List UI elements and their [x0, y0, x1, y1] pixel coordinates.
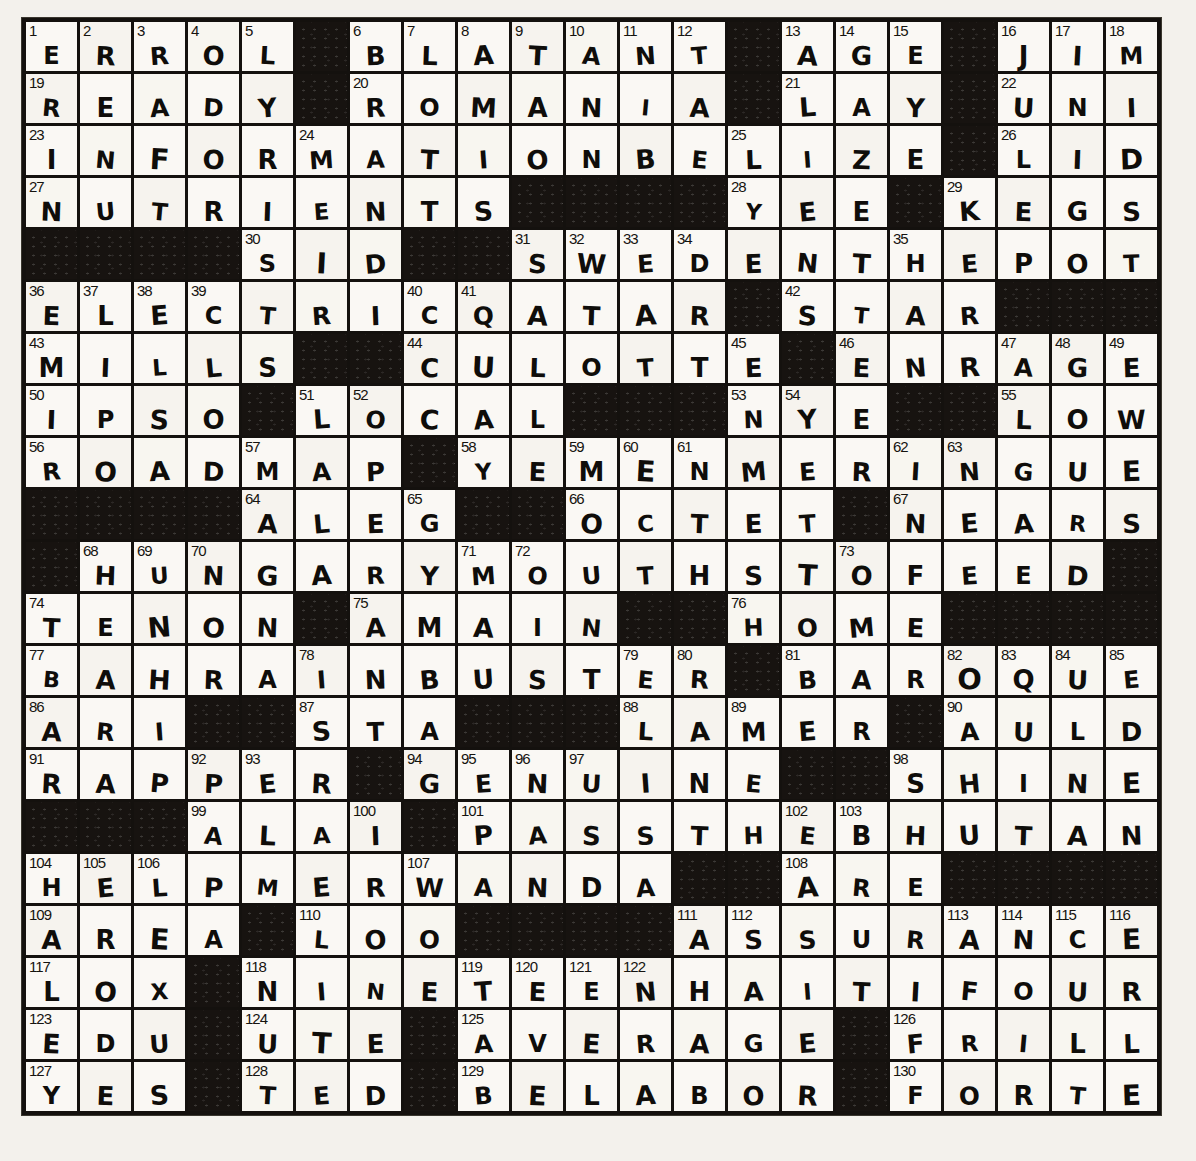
cell-r19c15[interactable]: I: [782, 958, 833, 1007]
cell-r2c19[interactable]: 22U: [998, 74, 1049, 123]
cell-r19c9[interactable]: 119T: [458, 958, 509, 1007]
cell-r12c2[interactable]: E: [80, 594, 131, 643]
cell-r6c15[interactable]: 42S: [782, 282, 833, 331]
cell-r10c15[interactable]: T: [782, 490, 833, 539]
cell-r13c21[interactable]: 85E: [1106, 646, 1157, 695]
cell-r4c19[interactable]: E: [998, 178, 1049, 227]
cell-r1c15[interactable]: 13A: [782, 22, 833, 71]
cell-r1c11[interactable]: 10A: [566, 22, 617, 71]
cell-r20c14[interactable]: G: [728, 1010, 779, 1059]
cell-r14c16[interactable]: R: [836, 698, 887, 747]
cell-r19c10[interactable]: 120E: [512, 958, 563, 1007]
cell-r1c5[interactable]: 5L: [242, 22, 293, 71]
cell-r17c7[interactable]: R: [350, 854, 401, 903]
cell-r5c18[interactable]: E: [944, 230, 995, 279]
cell-r11c13[interactable]: H: [674, 542, 725, 591]
cell-r19c13[interactable]: H: [674, 958, 725, 1007]
cell-r5c17[interactable]: 35H: [890, 230, 941, 279]
cell-r16c18[interactable]: U: [944, 802, 995, 851]
cell-r10c17[interactable]: 67N: [890, 490, 941, 539]
cell-r11c12[interactable]: T: [620, 542, 671, 591]
cell-r4c5[interactable]: I: [242, 178, 293, 227]
cell-r3c1[interactable]: 23I: [26, 126, 77, 175]
cell-r12c16[interactable]: M: [836, 594, 887, 643]
cell-r12c1[interactable]: 74T: [26, 594, 77, 643]
cell-r13c18[interactable]: 82O: [944, 646, 995, 695]
cell-r5c16[interactable]: T: [836, 230, 887, 279]
cell-r21c17[interactable]: 130F: [890, 1062, 941, 1111]
cell-r15c3[interactable]: P: [134, 750, 185, 799]
cell-r7c10[interactable]: L: [512, 334, 563, 383]
cell-r17c4[interactable]: P: [188, 854, 239, 903]
cell-r13c11[interactable]: T: [566, 646, 617, 695]
cell-r17c17[interactable]: E: [890, 854, 941, 903]
cell-r5c11[interactable]: 32W: [566, 230, 617, 279]
cell-r17c15[interactable]: 108A: [782, 854, 833, 903]
cell-r14c6[interactable]: 87S: [296, 698, 347, 747]
cell-r11c15[interactable]: T: [782, 542, 833, 591]
cell-r19c1[interactable]: 117L: [26, 958, 77, 1007]
cell-r9c3[interactable]: A: [134, 438, 185, 487]
cell-r17c12[interactable]: A: [620, 854, 671, 903]
cell-r5c10[interactable]: 31S: [512, 230, 563, 279]
cell-r6c10[interactable]: A: [512, 282, 563, 331]
cell-r4c2[interactable]: U: [80, 178, 131, 227]
cell-r10c21[interactable]: S: [1106, 490, 1157, 539]
cell-r2c5[interactable]: Y: [242, 74, 293, 123]
cell-r21c9[interactable]: 129B: [458, 1062, 509, 1111]
cell-r4c21[interactable]: S: [1106, 178, 1157, 227]
cell-r2c7[interactable]: 20R: [350, 74, 401, 123]
cell-r5c5[interactable]: 30S: [242, 230, 293, 279]
cell-r3c14[interactable]: 25L: [728, 126, 779, 175]
cell-r7c3[interactable]: L: [134, 334, 185, 383]
cell-r4c18[interactable]: 29K: [944, 178, 995, 227]
cell-r19c7[interactable]: N: [350, 958, 401, 1007]
cell-r12c15[interactable]: O: [782, 594, 833, 643]
cell-r1c20[interactable]: 17I: [1052, 22, 1103, 71]
cell-r11c14[interactable]: S: [728, 542, 779, 591]
cell-r13c3[interactable]: H: [134, 646, 185, 695]
cell-r21c14[interactable]: O: [728, 1062, 779, 1111]
cell-r4c15[interactable]: E: [782, 178, 833, 227]
cell-r10c11[interactable]: 66O: [566, 490, 617, 539]
cell-r9c6[interactable]: A: [296, 438, 347, 487]
cell-r19c17[interactable]: I: [890, 958, 941, 1007]
cell-r1c10[interactable]: 9T: [512, 22, 563, 71]
cell-r9c12[interactable]: 60E: [620, 438, 671, 487]
cell-r16c4[interactable]: 99A: [188, 802, 239, 851]
cell-r19c14[interactable]: A: [728, 958, 779, 1007]
cell-r18c6[interactable]: 110L: [296, 906, 347, 955]
cell-r9c2[interactable]: O: [80, 438, 131, 487]
cell-r1c17[interactable]: 15E: [890, 22, 941, 71]
cell-r7c17[interactable]: N: [890, 334, 941, 383]
cell-r15c17[interactable]: 98S: [890, 750, 941, 799]
cell-r21c20[interactable]: T: [1052, 1062, 1103, 1111]
cell-r8c10[interactable]: L: [512, 386, 563, 435]
cell-r14c18[interactable]: 90A: [944, 698, 995, 747]
cell-r4c7[interactable]: N: [350, 178, 401, 227]
cell-r9c14[interactable]: M: [728, 438, 779, 487]
cell-r12c11[interactable]: N: [566, 594, 617, 643]
cell-r3c11[interactable]: N: [566, 126, 617, 175]
cell-r11c3[interactable]: 69U: [134, 542, 185, 591]
cell-r21c3[interactable]: S: [134, 1062, 185, 1111]
cell-r21c7[interactable]: D: [350, 1062, 401, 1111]
cell-r11c10[interactable]: 72O: [512, 542, 563, 591]
cell-r11c19[interactable]: E: [998, 542, 1049, 591]
cell-r20c2[interactable]: D: [80, 1010, 131, 1059]
cell-r15c19[interactable]: I: [998, 750, 1049, 799]
cell-r13c1[interactable]: 77B: [26, 646, 77, 695]
cell-r21c11[interactable]: L: [566, 1062, 617, 1111]
cell-r5c7[interactable]: D: [350, 230, 401, 279]
cell-r19c8[interactable]: E: [404, 958, 455, 1007]
cell-r21c10[interactable]: E: [512, 1062, 563, 1111]
cell-r17c9[interactable]: A: [458, 854, 509, 903]
cell-r18c17[interactable]: R: [890, 906, 941, 955]
cell-r9c4[interactable]: D: [188, 438, 239, 487]
cell-r16c5[interactable]: L: [242, 802, 293, 851]
cell-r11c9[interactable]: 71M: [458, 542, 509, 591]
cell-r4c4[interactable]: R: [188, 178, 239, 227]
cell-r20c12[interactable]: R: [620, 1010, 671, 1059]
cell-r1c9[interactable]: 8A: [458, 22, 509, 71]
cell-r7c16[interactable]: 46E: [836, 334, 887, 383]
cell-r4c16[interactable]: E: [836, 178, 887, 227]
cell-r1c13[interactable]: 12T: [674, 22, 725, 71]
cell-r8c20[interactable]: O: [1052, 386, 1103, 435]
cell-r21c18[interactable]: O: [944, 1062, 995, 1111]
cell-r18c8[interactable]: O: [404, 906, 455, 955]
cell-r3c8[interactable]: T: [404, 126, 455, 175]
cell-r19c2[interactable]: O: [80, 958, 131, 1007]
cell-r2c21[interactable]: I: [1106, 74, 1157, 123]
cell-r3c20[interactable]: I: [1052, 126, 1103, 175]
cell-r9c20[interactable]: U: [1052, 438, 1103, 487]
cell-r18c14[interactable]: 112S: [728, 906, 779, 955]
cell-r16c21[interactable]: N: [1106, 802, 1157, 851]
cell-r21c2[interactable]: E: [80, 1062, 131, 1111]
cell-r3c9[interactable]: I: [458, 126, 509, 175]
cell-r2c16[interactable]: A: [836, 74, 887, 123]
cell-r16c10[interactable]: A: [512, 802, 563, 851]
cell-r2c11[interactable]: N: [566, 74, 617, 123]
cell-r12c4[interactable]: O: [188, 594, 239, 643]
cell-r3c21[interactable]: D: [1106, 126, 1157, 175]
cell-r10c8[interactable]: 65G: [404, 490, 455, 539]
cell-r6c3[interactable]: 38E: [134, 282, 185, 331]
cell-r10c20[interactable]: R: [1052, 490, 1103, 539]
cell-r18c20[interactable]: 115C: [1052, 906, 1103, 955]
cell-r19c19[interactable]: O: [998, 958, 1049, 1007]
cell-r3c4[interactable]: O: [188, 126, 239, 175]
cell-r20c7[interactable]: E: [350, 1010, 401, 1059]
cell-r20c21[interactable]: L: [1106, 1010, 1157, 1059]
cell-r14c13[interactable]: A: [674, 698, 725, 747]
cell-r8c6[interactable]: 51L: [296, 386, 347, 435]
cell-r3c2[interactable]: N: [80, 126, 131, 175]
cell-r2c9[interactable]: M: [458, 74, 509, 123]
cell-r3c10[interactable]: O: [512, 126, 563, 175]
cell-r2c12[interactable]: I: [620, 74, 671, 123]
cell-r6c17[interactable]: A: [890, 282, 941, 331]
cell-r7c14[interactable]: 45E: [728, 334, 779, 383]
cell-r19c18[interactable]: F: [944, 958, 995, 1007]
cell-r20c17[interactable]: 126F: [890, 1010, 941, 1059]
cell-r6c11[interactable]: T: [566, 282, 617, 331]
cell-r2c13[interactable]: A: [674, 74, 725, 123]
cell-r20c3[interactable]: U: [134, 1010, 185, 1059]
cell-r16c12[interactable]: S: [620, 802, 671, 851]
cell-r16c15[interactable]: 102E: [782, 802, 833, 851]
cell-r12c7[interactable]: 75A: [350, 594, 401, 643]
cell-r8c19[interactable]: 55L: [998, 386, 1049, 435]
cell-r11c5[interactable]: G: [242, 542, 293, 591]
cell-r1c16[interactable]: 14G: [836, 22, 887, 71]
cell-r6c4[interactable]: 39C: [188, 282, 239, 331]
cell-r16c19[interactable]: T: [998, 802, 1049, 851]
cell-r12c10[interactable]: I: [512, 594, 563, 643]
cell-r19c12[interactable]: 122N: [620, 958, 671, 1007]
cell-r1c8[interactable]: 7L: [404, 22, 455, 71]
cell-r1c3[interactable]: 3R: [134, 22, 185, 71]
cell-r15c14[interactable]: E: [728, 750, 779, 799]
cell-r14c12[interactable]: 88L: [620, 698, 671, 747]
cell-r13c20[interactable]: 84U: [1052, 646, 1103, 695]
cell-r5c13[interactable]: 34D: [674, 230, 725, 279]
cell-r3c13[interactable]: E: [674, 126, 725, 175]
cell-r19c3[interactable]: X: [134, 958, 185, 1007]
cell-r11c18[interactable]: E: [944, 542, 995, 591]
cell-r11c20[interactable]: D: [1052, 542, 1103, 591]
cell-r11c7[interactable]: R: [350, 542, 401, 591]
cell-r1c19[interactable]: 16J: [998, 22, 1049, 71]
cell-r8c8[interactable]: C: [404, 386, 455, 435]
cell-r13c13[interactable]: 80R: [674, 646, 725, 695]
cell-r6c7[interactable]: I: [350, 282, 401, 331]
cell-r20c20[interactable]: L: [1052, 1010, 1103, 1059]
cell-r11c11[interactable]: U: [566, 542, 617, 591]
cell-r4c20[interactable]: G: [1052, 178, 1103, 227]
cell-r13c7[interactable]: N: [350, 646, 401, 695]
cell-r2c2[interactable]: E: [80, 74, 131, 123]
cell-r20c11[interactable]: E: [566, 1010, 617, 1059]
cell-r3c7[interactable]: A: [350, 126, 401, 175]
cell-r10c5[interactable]: 64A: [242, 490, 293, 539]
cell-r5c20[interactable]: O: [1052, 230, 1103, 279]
cell-r7c2[interactable]: I: [80, 334, 131, 383]
cell-r9c10[interactable]: E: [512, 438, 563, 487]
cell-r18c1[interactable]: 109A: [26, 906, 77, 955]
cell-r18c16[interactable]: U: [836, 906, 887, 955]
cell-r9c21[interactable]: E: [1106, 438, 1157, 487]
cell-r18c3[interactable]: E: [134, 906, 185, 955]
cell-r20c19[interactable]: I: [998, 1010, 1049, 1059]
cell-r6c5[interactable]: T: [242, 282, 293, 331]
cell-r8c9[interactable]: A: [458, 386, 509, 435]
cell-r15c5[interactable]: 93E: [242, 750, 293, 799]
cell-r10c19[interactable]: A: [998, 490, 1049, 539]
cell-r1c1[interactable]: 1E: [26, 22, 77, 71]
cell-r18c18[interactable]: 113A: [944, 906, 995, 955]
cell-r7c4[interactable]: L: [188, 334, 239, 383]
cell-r7c11[interactable]: O: [566, 334, 617, 383]
cell-r8c14[interactable]: 53N: [728, 386, 779, 435]
cell-r15c4[interactable]: 92P: [188, 750, 239, 799]
cell-r14c2[interactable]: R: [80, 698, 131, 747]
cell-r2c20[interactable]: N: [1052, 74, 1103, 123]
cell-r14c21[interactable]: D: [1106, 698, 1157, 747]
cell-r1c4[interactable]: 4O: [188, 22, 239, 71]
cell-r15c9[interactable]: 95E: [458, 750, 509, 799]
cell-r11c16[interactable]: 73O: [836, 542, 887, 591]
cell-r14c15[interactable]: E: [782, 698, 833, 747]
cell-r1c21[interactable]: 18M: [1106, 22, 1157, 71]
cell-r7c18[interactable]: R: [944, 334, 995, 383]
cell-r8c21[interactable]: W: [1106, 386, 1157, 435]
cell-r21c21[interactable]: E: [1106, 1062, 1157, 1111]
cell-r6c16[interactable]: T: [836, 282, 887, 331]
cell-r16c6[interactable]: A: [296, 802, 347, 851]
cell-r20c18[interactable]: R: [944, 1010, 995, 1059]
cell-r3c12[interactable]: B: [620, 126, 671, 175]
cell-r4c6[interactable]: E: [296, 178, 347, 227]
cell-r8c2[interactable]: P: [80, 386, 131, 435]
cell-r14c3[interactable]: I: [134, 698, 185, 747]
cell-r9c5[interactable]: 57M: [242, 438, 293, 487]
cell-r17c2[interactable]: 105E: [80, 854, 131, 903]
cell-r2c1[interactable]: 19R: [26, 74, 77, 123]
cell-r4c8[interactable]: T: [404, 178, 455, 227]
cell-r16c9[interactable]: 101P: [458, 802, 509, 851]
cell-r13c19[interactable]: 83Q: [998, 646, 1049, 695]
cell-r17c11[interactable]: D: [566, 854, 617, 903]
cell-r17c6[interactable]: E: [296, 854, 347, 903]
cell-r3c19[interactable]: 26L: [998, 126, 1049, 175]
cell-r13c2[interactable]: A: [80, 646, 131, 695]
cell-r19c6[interactable]: I: [296, 958, 347, 1007]
cell-r20c6[interactable]: T: [296, 1010, 347, 1059]
cell-r5c14[interactable]: E: [728, 230, 779, 279]
cell-r6c18[interactable]: R: [944, 282, 995, 331]
cell-r12c3[interactable]: N: [134, 594, 185, 643]
cell-r3c6[interactable]: 24M: [296, 126, 347, 175]
cell-r21c13[interactable]: B: [674, 1062, 725, 1111]
cell-r3c15[interactable]: I: [782, 126, 833, 175]
cell-r12c17[interactable]: E: [890, 594, 941, 643]
cell-r18c15[interactable]: S: [782, 906, 833, 955]
cell-r9c7[interactable]: P: [350, 438, 401, 487]
cell-r15c20[interactable]: N: [1052, 750, 1103, 799]
cell-r10c14[interactable]: E: [728, 490, 779, 539]
cell-r8c3[interactable]: S: [134, 386, 185, 435]
cell-r15c13[interactable]: N: [674, 750, 725, 799]
cell-r15c2[interactable]: A: [80, 750, 131, 799]
cell-r20c13[interactable]: A: [674, 1010, 725, 1059]
cell-r20c5[interactable]: 124U: [242, 1010, 293, 1059]
cell-r2c4[interactable]: D: [188, 74, 239, 123]
cell-r5c21[interactable]: T: [1106, 230, 1157, 279]
cell-r6c6[interactable]: R: [296, 282, 347, 331]
cell-r16c17[interactable]: H: [890, 802, 941, 851]
cell-r9c11[interactable]: 59M: [566, 438, 617, 487]
cell-r16c7[interactable]: 100I: [350, 802, 401, 851]
cell-r9c19[interactable]: G: [998, 438, 1049, 487]
cell-r3c17[interactable]: E: [890, 126, 941, 175]
cell-r3c5[interactable]: R: [242, 126, 293, 175]
cell-r5c19[interactable]: P: [998, 230, 1049, 279]
cell-r6c13[interactable]: R: [674, 282, 725, 331]
cell-r19c20[interactable]: U: [1052, 958, 1103, 1007]
cell-r11c17[interactable]: F: [890, 542, 941, 591]
cell-r8c7[interactable]: 52O: [350, 386, 401, 435]
cell-r13c6[interactable]: 78I: [296, 646, 347, 695]
cell-r21c19[interactable]: R: [998, 1062, 1049, 1111]
cell-r14c20[interactable]: L: [1052, 698, 1103, 747]
cell-r15c11[interactable]: 97U: [566, 750, 617, 799]
cell-r13c8[interactable]: B: [404, 646, 455, 695]
cell-r18c4[interactable]: A: [188, 906, 239, 955]
cell-r20c10[interactable]: V: [512, 1010, 563, 1059]
cell-r9c1[interactable]: 56R: [26, 438, 77, 487]
cell-r21c15[interactable]: R: [782, 1062, 833, 1111]
cell-r16c16[interactable]: 103B: [836, 802, 887, 851]
cell-r12c9[interactable]: A: [458, 594, 509, 643]
cell-r16c13[interactable]: T: [674, 802, 725, 851]
cell-r5c15[interactable]: N: [782, 230, 833, 279]
cell-r9c9[interactable]: 58Y: [458, 438, 509, 487]
cell-r13c5[interactable]: A: [242, 646, 293, 695]
cell-r21c1[interactable]: 127Y: [26, 1062, 77, 1111]
cell-r10c18[interactable]: E: [944, 490, 995, 539]
cell-r13c12[interactable]: 79E: [620, 646, 671, 695]
cell-r17c5[interactable]: M: [242, 854, 293, 903]
cell-r11c8[interactable]: Y: [404, 542, 455, 591]
cell-r17c10[interactable]: N: [512, 854, 563, 903]
cell-r17c8[interactable]: 107W: [404, 854, 455, 903]
cell-r4c3[interactable]: T: [134, 178, 185, 227]
cell-r6c12[interactable]: A: [620, 282, 671, 331]
cell-r11c4[interactable]: 70N: [188, 542, 239, 591]
cell-r4c14[interactable]: 28Y: [728, 178, 779, 227]
cell-r19c11[interactable]: 121E: [566, 958, 617, 1007]
cell-r7c12[interactable]: T: [620, 334, 671, 383]
cell-r5c6[interactable]: I: [296, 230, 347, 279]
cell-r21c5[interactable]: 128T: [242, 1062, 293, 1111]
cell-r13c15[interactable]: 81B: [782, 646, 833, 695]
cell-r15c21[interactable]: E: [1106, 750, 1157, 799]
cell-r15c6[interactable]: R: [296, 750, 347, 799]
cell-r7c19[interactable]: 47A: [998, 334, 1049, 383]
cell-r18c7[interactable]: O: [350, 906, 401, 955]
cell-r4c9[interactable]: S: [458, 178, 509, 227]
cell-r7c9[interactable]: U: [458, 334, 509, 383]
cell-r20c1[interactable]: 123E: [26, 1010, 77, 1059]
cell-r8c4[interactable]: O: [188, 386, 239, 435]
cell-r10c7[interactable]: E: [350, 490, 401, 539]
cell-r2c8[interactable]: O: [404, 74, 455, 123]
cell-r13c4[interactable]: R: [188, 646, 239, 695]
cell-r15c1[interactable]: 91R: [26, 750, 77, 799]
cell-r11c2[interactable]: 68H: [80, 542, 131, 591]
cell-r7c1[interactable]: 43M: [26, 334, 77, 383]
cell-r13c10[interactable]: S: [512, 646, 563, 695]
cell-r18c21[interactable]: 116E: [1106, 906, 1157, 955]
cell-r4c1[interactable]: 27N: [26, 178, 77, 227]
cell-r16c20[interactable]: A: [1052, 802, 1103, 851]
